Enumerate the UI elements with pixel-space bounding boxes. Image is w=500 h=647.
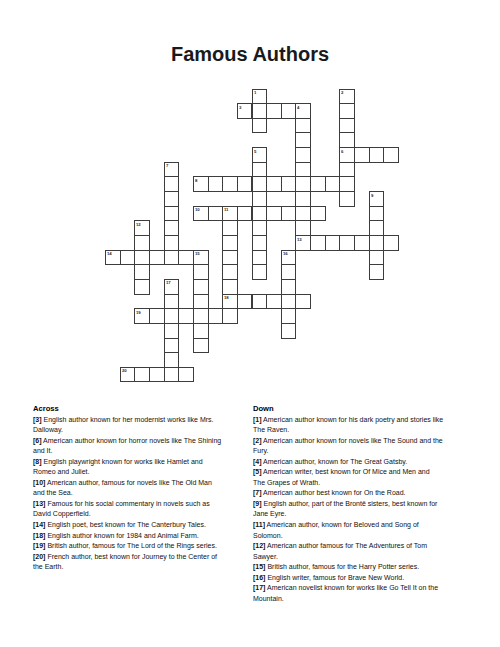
grid-cell[interactable] <box>222 279 238 295</box>
grid-cell[interactable]: 5 <box>252 147 268 163</box>
clue-number: [6] <box>33 437 42 444</box>
grid-cell[interactable] <box>193 264 209 280</box>
grid-cell[interactable] <box>339 235 355 251</box>
clue-text-line: [6] American author known for horror nov… <box>33 436 257 447</box>
clue-text-line: [5] American writer, best known for Of M… <box>253 467 477 478</box>
clue: [13] Famous for his social commentary in… <box>33 499 257 520</box>
down-clue-list: [1] American author known for his dark p… <box>253 415 477 605</box>
clue: [15] British author, famous for the Harr… <box>253 562 477 573</box>
grid-cell[interactable] <box>193 338 209 354</box>
grid-cell[interactable] <box>369 220 385 236</box>
grid-cell[interactable] <box>266 176 282 192</box>
grid-cell[interactable]: 15 <box>193 250 209 266</box>
grid-cell[interactable] <box>222 235 238 251</box>
clue-number: [2] <box>253 437 262 444</box>
clue-number: [14] <box>33 521 45 528</box>
grid-cell[interactable] <box>295 191 311 207</box>
grid-cell[interactable] <box>295 220 311 236</box>
grid-cell[interactable] <box>295 118 311 134</box>
cell-number: 2 <box>341 90 343 94</box>
clue-number: [1] <box>253 416 262 423</box>
grid-cell[interactable] <box>193 323 209 339</box>
grid-cell[interactable] <box>339 176 355 192</box>
clue-text-line: [16] English writer, famous for Brave Ne… <box>253 573 477 584</box>
grid-cell[interactable] <box>164 191 180 207</box>
clue-text-line: Romeo and Juliet. <box>33 467 257 478</box>
grid-cell[interactable] <box>281 279 297 295</box>
clue-text-line: [14] English poet, best known for The Ca… <box>33 520 257 531</box>
clue-number: [11] <box>253 521 265 528</box>
cell-number: 12 <box>136 222 140 226</box>
clue-text-line: [8] English playwright known for works l… <box>33 457 257 468</box>
cell-number: 9 <box>371 193 373 197</box>
grid-cell[interactable] <box>252 235 268 251</box>
clue: [12] American author famous for The Adve… <box>253 541 477 562</box>
grid-cell[interactable] <box>281 103 297 119</box>
grid-cell[interactable]: 11 <box>222 206 238 222</box>
grid-cell[interactable]: 9 <box>369 191 385 207</box>
cell-number: 11 <box>224 207 228 211</box>
grid-cell[interactable] <box>134 264 150 280</box>
grid-cell[interactable] <box>339 118 355 134</box>
clue-text-line: and It. <box>33 446 257 457</box>
grid-cell[interactable]: 6 <box>339 147 355 163</box>
grid-cell[interactable] <box>134 235 150 251</box>
clue: [7] American author best known for On th… <box>253 488 477 499</box>
grid-cell[interactable] <box>339 162 355 178</box>
grid-cell[interactable] <box>164 235 180 251</box>
clue-text-line: The Raven. <box>253 425 477 436</box>
grid-cell[interactable]: 13 <box>295 235 311 251</box>
grid-cell[interactable] <box>222 264 238 280</box>
grid-cell[interactable]: 1 <box>252 89 268 105</box>
grid-cell[interactable]: 10 <box>193 206 209 222</box>
clue: [1] American author known for his dark p… <box>253 415 477 436</box>
clue-number: [12] <box>253 542 265 549</box>
grid-cell[interactable] <box>193 279 209 295</box>
grid-cell[interactable] <box>149 250 165 266</box>
grid-cell[interactable] <box>281 264 297 280</box>
grid-cell[interactable] <box>164 250 180 266</box>
grid-cell[interactable] <box>164 367 180 383</box>
clue: [4] American author, known for The Great… <box>253 457 477 468</box>
grid-cell[interactable] <box>266 294 282 310</box>
clue-number: [9] <box>253 500 262 507</box>
cell-number: 17 <box>166 280 170 284</box>
clue: [17] American novelist known for works l… <box>253 583 477 604</box>
clue: [6] American author known for horror nov… <box>33 436 257 457</box>
clue-number: [15] <box>253 563 265 570</box>
cell-number: 5 <box>254 149 256 153</box>
grid-cell[interactable] <box>281 323 297 339</box>
grid-cell[interactable] <box>164 206 180 222</box>
grid-cell[interactable]: 4 <box>295 103 311 119</box>
grid-cell[interactable] <box>369 206 385 222</box>
grid-cell[interactable] <box>252 118 268 134</box>
clue: [9] English author, part of the Brontë s… <box>253 499 477 520</box>
grid-cell[interactable]: 12 <box>134 220 150 236</box>
clue-text-line: Dalloway. <box>33 425 257 436</box>
clue: [8] English playwright known for works l… <box>33 457 257 478</box>
cell-number: 13 <box>297 237 301 241</box>
cell-number: 4 <box>297 105 299 109</box>
clue-text-line: and the Sea. <box>33 488 257 499</box>
cell-number: 7 <box>166 163 168 167</box>
clue: [3] English author known for her moderni… <box>33 415 257 436</box>
grid-cell[interactable] <box>222 308 238 324</box>
grid-cell[interactable] <box>266 103 282 119</box>
crossword-grid: 1234567891011121314151617181920 <box>105 89 400 384</box>
grid-cell[interactable] <box>339 132 355 148</box>
grid-cell[interactable] <box>120 250 136 266</box>
clue-number: [4] <box>253 458 262 465</box>
cell-number: 10 <box>195 207 199 211</box>
grid-cell[interactable]: 18 <box>222 294 238 310</box>
clue-text-line: [12] American author famous for The Adve… <box>253 541 477 552</box>
grid-cell[interactable]: 14 <box>105 250 121 266</box>
clue-text-line: [19] British author, famous for The Lord… <box>33 541 257 552</box>
clue-text-line: [13] Famous for his social commentary in… <box>33 499 257 510</box>
grid-cell[interactable] <box>295 176 311 192</box>
clue-number: [16] <box>253 574 265 581</box>
grid-cell[interactable] <box>237 206 253 222</box>
clue-text-line: the Earth. <box>33 562 257 573</box>
clue-text-line: [3] English author known for her moderni… <box>33 415 257 426</box>
grid-cell[interactable] <box>369 264 385 280</box>
clue-text-line: [1] American author known for his dark p… <box>253 415 477 426</box>
grid-cell[interactable] <box>208 176 224 192</box>
cell-number: 14 <box>107 251 111 255</box>
grid-cell[interactable] <box>369 235 385 251</box>
grid-cell[interactable] <box>222 250 238 266</box>
grid-cell[interactable] <box>134 367 150 383</box>
clue: [20] French author, best known for Journ… <box>33 552 257 573</box>
grid-cell[interactable] <box>252 264 268 280</box>
grid-cell[interactable] <box>310 176 326 192</box>
grid-cell[interactable] <box>252 206 268 222</box>
grid-cell[interactable] <box>383 147 399 163</box>
grid-cell[interactable] <box>237 294 253 310</box>
cell-number: 6 <box>341 149 343 153</box>
grid-cell[interactable] <box>281 308 297 324</box>
clue-number: [19] <box>33 542 45 549</box>
grid-cell[interactable] <box>178 308 194 324</box>
grid-cell[interactable] <box>149 308 165 324</box>
grid-cell[interactable] <box>134 250 150 266</box>
clue: [10] American author, famous for novels … <box>33 478 257 499</box>
grid-cell[interactable]: 17 <box>164 279 180 295</box>
grid-cell[interactable] <box>222 220 238 236</box>
grid-cell[interactable] <box>164 352 180 368</box>
grid-cell[interactable] <box>295 206 311 222</box>
grid-cell[interactable] <box>252 176 268 192</box>
grid-cell[interactable] <box>383 235 399 251</box>
grid-cell[interactable] <box>208 206 224 222</box>
grid-cell[interactable] <box>266 206 282 222</box>
grid-cell[interactable] <box>295 147 311 163</box>
grid-cell[interactable] <box>252 162 268 178</box>
grid-cell[interactable] <box>208 308 224 324</box>
grid-cell[interactable] <box>164 176 180 192</box>
cell-number: 16 <box>283 251 287 255</box>
clue-text-line: Solomon. <box>253 531 477 542</box>
cell-number: 19 <box>136 310 140 314</box>
grid-cell[interactable] <box>178 250 194 266</box>
across-header: Across <box>33 404 257 415</box>
grid-cell[interactable] <box>149 367 165 383</box>
cell-number: 20 <box>122 368 126 372</box>
clue-text-line: The Grapes of Wrath. <box>253 478 477 489</box>
clue-text-line: [18] English author known for 1984 and A… <box>33 531 257 542</box>
across-clues-section: Across [3] English author known for her … <box>33 404 257 573</box>
clue-text-line: [9] English author, part of the Brontë s… <box>253 499 477 510</box>
grid-cell[interactable] <box>164 220 180 236</box>
grid-cell[interactable]: 8 <box>193 176 209 192</box>
grid-cell[interactable] <box>339 191 355 207</box>
clue-text-line: [4] American author, known for The Great… <box>253 457 477 468</box>
clue: [14] English poet, best known for The Ca… <box>33 520 257 531</box>
grid-cell[interactable] <box>295 294 311 310</box>
clue-number: [13] <box>33 500 45 507</box>
clue-number: [7] <box>253 489 262 496</box>
down-header: Down <box>253 404 477 415</box>
grid-cell[interactable] <box>164 323 180 339</box>
clue-text-line: Jane Eyre. <box>253 509 477 520</box>
clue-number: [18] <box>33 532 45 539</box>
grid-cell[interactable] <box>369 250 385 266</box>
clue-text-line: [7] American author best known for On th… <box>253 488 477 499</box>
grid-cell[interactable] <box>164 308 180 324</box>
clue-text-line: Fury. <box>253 446 477 457</box>
clue: [5] American writer, best known for Of M… <box>253 467 477 488</box>
grid-cell[interactable] <box>339 103 355 119</box>
grid-cell[interactable] <box>164 294 180 310</box>
clue-number: [8] <box>33 458 42 465</box>
clue: [11] American author, known for Beloved … <box>253 520 477 541</box>
clue-text-line: [15] British author, famous for the Harr… <box>253 562 477 573</box>
grid-cell[interactable] <box>281 176 297 192</box>
grid-cell[interactable]: 2 <box>339 89 355 105</box>
grid-cell[interactable] <box>164 338 180 354</box>
clue-text-line: [20] French author, best known for Journ… <box>33 552 257 563</box>
grid-cell[interactable] <box>295 162 311 178</box>
grid-cell[interactable] <box>281 294 297 310</box>
grid-cell[interactable] <box>252 220 268 236</box>
grid-cell[interactable]: 19 <box>134 308 150 324</box>
grid-cell[interactable] <box>134 279 150 295</box>
grid-cell[interactable] <box>369 147 385 163</box>
grid-cell[interactable] <box>222 176 238 192</box>
grid-cell[interactable] <box>193 294 209 310</box>
grid-cell[interactable]: 20 <box>120 367 136 383</box>
clue: [16] English writer, famous for Brave Ne… <box>253 573 477 584</box>
clue-number: [3] <box>33 416 42 423</box>
clue-number: [17] <box>253 584 265 591</box>
cell-number: 15 <box>195 251 199 255</box>
grid-cell[interactable] <box>281 206 297 222</box>
grid-cell[interactable] <box>354 235 370 251</box>
grid-cell[interactable] <box>310 235 326 251</box>
clue-number: [10] <box>33 479 45 486</box>
clue-text-line: [11] American author, known for Beloved … <box>253 520 477 531</box>
cell-number: 3 <box>239 105 241 109</box>
down-clues-section: Down [1] American author known for his d… <box>253 404 477 604</box>
clue-text-line: Sawyer. <box>253 552 477 563</box>
grid-cell[interactable] <box>325 176 341 192</box>
clue: [2] American author known for novels lik… <box>253 436 477 457</box>
across-clue-list: [3] English author known for her moderni… <box>33 415 257 573</box>
cell-number: 8 <box>195 178 197 182</box>
grid-cell[interactable] <box>252 294 268 310</box>
grid-cell[interactable] <box>252 191 268 207</box>
clue-text-line: [2] American author known for novels lik… <box>253 436 477 447</box>
grid-cell[interactable] <box>295 132 311 148</box>
grid-cell[interactable] <box>193 308 209 324</box>
clue-text-line: Mountain. <box>253 594 477 605</box>
grid-cell[interactable] <box>252 103 268 119</box>
clue-number: [20] <box>33 553 45 560</box>
crossword-page: Famous Authors 1234567891011121314151617… <box>0 0 500 647</box>
grid-cell[interactable]: 3 <box>237 103 253 119</box>
grid-cell[interactable] <box>237 176 253 192</box>
cell-number: 18 <box>224 295 228 299</box>
puzzle-title: Famous Authors <box>0 44 500 64</box>
clue-text-line: David Copperfield. <box>33 509 257 520</box>
clue-text-line: [17] American novelist known for works l… <box>253 583 477 594</box>
grid-cell[interactable] <box>252 250 268 266</box>
clue-number: [5] <box>253 468 262 475</box>
grid-cell[interactable] <box>354 147 370 163</box>
grid-cell[interactable]: 7 <box>164 162 180 178</box>
grid-cell[interactable]: 16 <box>281 250 297 266</box>
grid-cell[interactable] <box>325 235 341 251</box>
clue: [18] English author known for 1984 and A… <box>33 531 257 542</box>
grid-cell[interactable] <box>310 206 326 222</box>
clue: [19] British author, famous for The Lord… <box>33 541 257 552</box>
cell-number: 1 <box>254 90 256 94</box>
clue-text-line: [10] American author, famous for novels … <box>33 478 257 489</box>
grid-cell[interactable] <box>178 367 194 383</box>
